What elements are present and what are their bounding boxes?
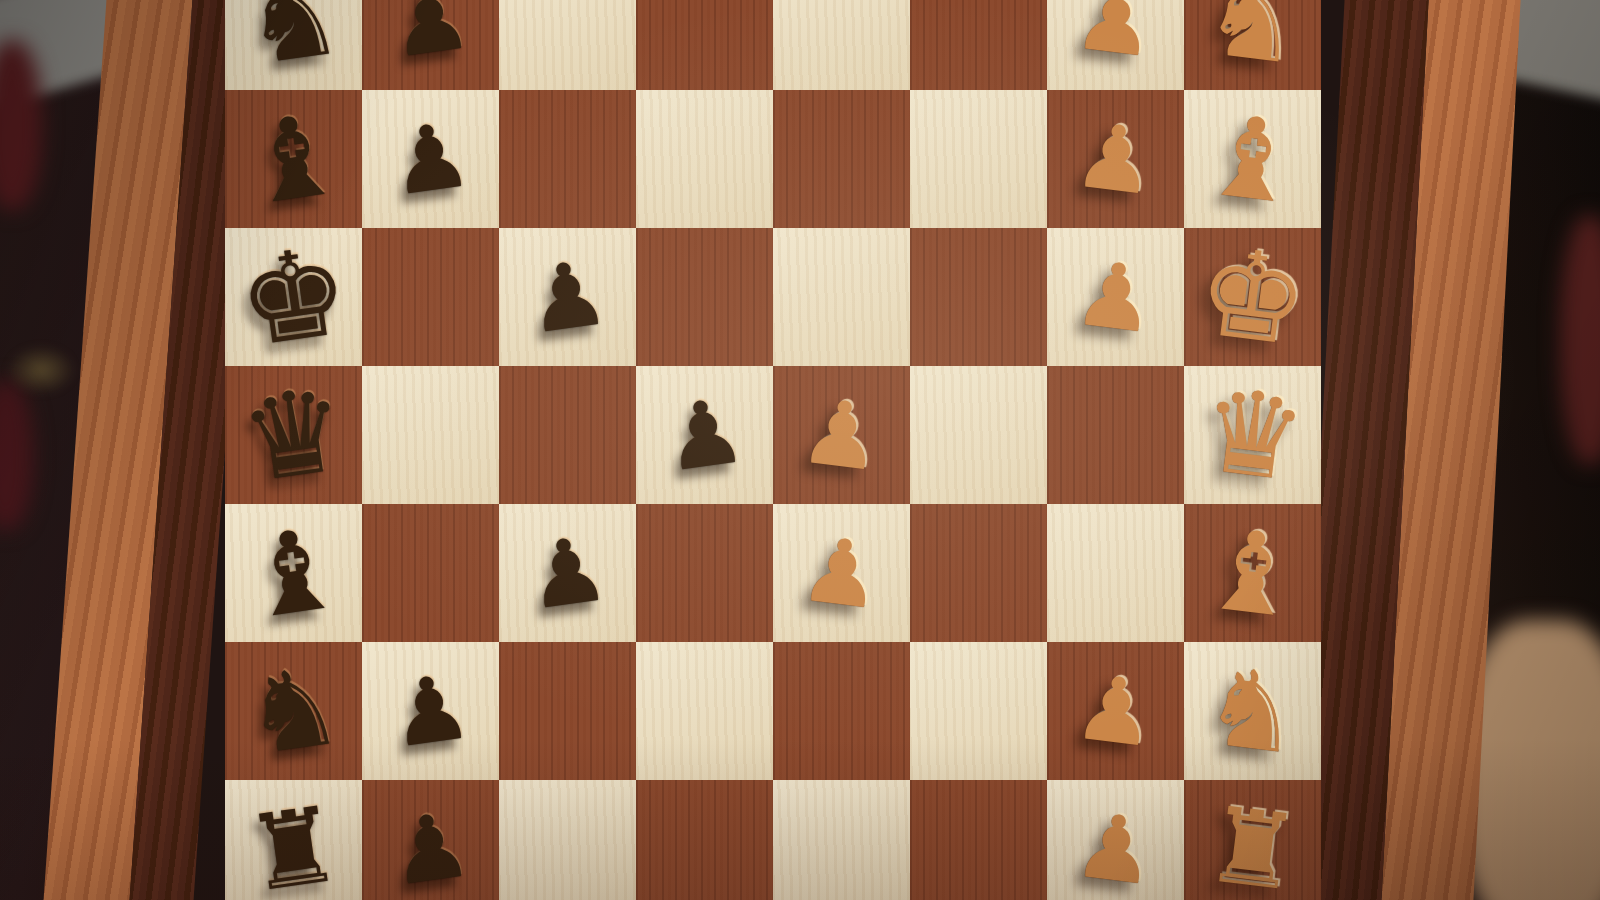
piece-white-pawn-d4[interactable]: ♟	[796, 385, 887, 484]
piece-black-bishop-c8[interactable]: ♝	[236, 511, 351, 636]
square-c5[interactable]	[636, 504, 773, 642]
square-b8[interactable]: ♞	[225, 642, 362, 780]
piece-black-rook-a8[interactable]: ♜	[240, 791, 347, 900]
square-e6[interactable]: ♟	[499, 228, 636, 366]
chess-board: ♜♟♟♜♞♟♟♞♝♟♟♝♚♟♟♚♛♟♟♛♝♟♟♝♞♟♟♞♜♟♟♜	[225, 0, 1321, 900]
square-f5[interactable]	[636, 90, 773, 228]
square-c1[interactable]: ♝	[1184, 504, 1321, 642]
square-a2[interactable]: ♟	[1047, 780, 1184, 900]
piece-white-pawn-e2[interactable]: ♟	[1070, 247, 1161, 346]
square-a8[interactable]: ♜	[225, 780, 362, 900]
square-b4[interactable]	[773, 642, 910, 780]
square-b5[interactable]	[636, 642, 773, 780]
square-c4[interactable]: ♟	[773, 504, 910, 642]
piece-black-knight-g8[interactable]: ♞	[238, 0, 349, 81]
square-b1[interactable]: ♞	[1184, 642, 1321, 780]
square-b2[interactable]: ♟	[1047, 642, 1184, 780]
square-d5[interactable]: ♟	[636, 366, 773, 504]
square-g1[interactable]: ♞	[1184, 0, 1321, 90]
square-e8[interactable]: ♚	[225, 228, 362, 366]
square-b7[interactable]: ♟	[362, 642, 499, 780]
square-a7[interactable]: ♟	[362, 780, 499, 900]
square-d8[interactable]: ♛	[225, 366, 362, 504]
square-g7[interactable]: ♟	[362, 0, 499, 90]
square-c3[interactable]	[910, 504, 1047, 642]
piece-white-pawn-f2[interactable]: ♟	[1070, 109, 1161, 208]
square-g8[interactable]: ♞	[225, 0, 362, 90]
square-a5[interactable]	[636, 780, 773, 900]
square-g3[interactable]	[910, 0, 1047, 90]
piece-white-pawn-b2[interactable]: ♟	[1070, 661, 1161, 760]
piece-white-pawn-g2[interactable]: ♟	[1070, 0, 1161, 71]
piece-black-pawn-a7[interactable]: ♟	[384, 799, 476, 899]
piece-white-knight-b1[interactable]: ♞	[1198, 652, 1307, 771]
piece-black-pawn-b7[interactable]: ♟	[384, 661, 476, 761]
piece-white-pawn-c4[interactable]: ♟	[796, 523, 887, 622]
square-f2[interactable]: ♟	[1047, 90, 1184, 228]
square-d1[interactable]: ♛	[1184, 366, 1321, 504]
square-b3[interactable]	[910, 642, 1047, 780]
square-f7[interactable]: ♟	[362, 90, 499, 228]
square-d4[interactable]: ♟	[773, 366, 910, 504]
square-a4[interactable]	[773, 780, 910, 900]
photo-scene: ♜♟♟♜♞♟♟♞♝♟♟♝♚♟♟♚♛♟♟♛♝♟♟♝♞♟♟♞♜♟♟♜	[0, 0, 1600, 900]
piece-black-king-e8[interactable]: ♚	[231, 229, 356, 365]
piece-black-pawn-g7[interactable]: ♟	[384, 0, 476, 71]
square-d3[interactable]	[910, 366, 1047, 504]
piece-black-pawn-d5[interactable]: ♟	[658, 385, 750, 485]
square-e7[interactable]	[362, 228, 499, 366]
piece-white-rook-a1[interactable]: ♜	[1200, 792, 1305, 900]
square-g4[interactable]	[773, 0, 910, 90]
square-d7[interactable]	[362, 366, 499, 504]
piece-black-bishop-f8[interactable]: ♝	[236, 97, 351, 222]
square-f3[interactable]	[910, 90, 1047, 228]
square-f4[interactable]	[773, 90, 910, 228]
piece-black-pawn-f7[interactable]: ♟	[384, 109, 476, 209]
square-e1[interactable]: ♚	[1184, 228, 1321, 366]
square-e4[interactable]	[773, 228, 910, 366]
piece-white-bishop-f1[interactable]: ♝	[1196, 97, 1309, 220]
piece-white-queen-d1[interactable]: ♛	[1194, 371, 1311, 499]
square-c2[interactable]	[1047, 504, 1184, 642]
maroon-object-right	[1560, 215, 1600, 465]
square-e5[interactable]	[636, 228, 773, 366]
square-e2[interactable]: ♟	[1047, 228, 1184, 366]
table-scuff-mark	[6, 345, 76, 395]
square-g2[interactable]: ♟	[1047, 0, 1184, 90]
piece-black-pawn-c6[interactable]: ♟	[521, 523, 613, 623]
square-c8[interactable]: ♝	[225, 504, 362, 642]
square-a3[interactable]	[910, 780, 1047, 900]
piece-black-queen-d8[interactable]: ♛	[234, 370, 353, 499]
square-f1[interactable]: ♝	[1184, 90, 1321, 228]
square-c7[interactable]	[362, 504, 499, 642]
square-f8[interactable]: ♝	[225, 90, 362, 228]
square-g6[interactable]	[499, 0, 636, 90]
square-b6[interactable]	[499, 642, 636, 780]
square-e3[interactable]	[910, 228, 1047, 366]
square-f6[interactable]	[499, 90, 636, 228]
square-a1[interactable]: ♜	[1184, 780, 1321, 900]
square-g5[interactable]	[636, 0, 773, 90]
piece-black-knight-b8[interactable]: ♞	[238, 651, 349, 771]
piece-white-knight-g1[interactable]: ♞	[1198, 0, 1307, 80]
piece-white-king-e1[interactable]: ♚	[1191, 230, 1314, 364]
piece-white-pawn-a2[interactable]: ♟	[1070, 799, 1161, 898]
piece-white-bishop-c1[interactable]: ♝	[1196, 511, 1309, 634]
square-d2[interactable]	[1047, 366, 1184, 504]
square-a6[interactable]	[499, 780, 636, 900]
square-c6[interactable]: ♟	[499, 504, 636, 642]
piece-black-pawn-e6[interactable]: ♟	[521, 247, 613, 347]
square-d6[interactable]	[499, 366, 636, 504]
